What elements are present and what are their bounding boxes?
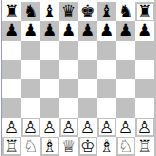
piece-black-pawn-h7[interactable]: ♟: [135, 21, 154, 40]
square-g7[interactable]: ♟: [116, 21, 135, 40]
square-b8[interactable]: ♞: [21, 2, 40, 21]
square-h4[interactable]: [135, 79, 154, 98]
square-h6[interactable]: [135, 41, 154, 60]
square-d6[interactable]: [59, 41, 78, 60]
square-h8[interactable]: ♜: [135, 2, 154, 21]
square-d5[interactable]: [59, 60, 78, 79]
piece-white-king-e1[interactable]: ♔: [78, 137, 97, 156]
piece-black-pawn-a7[interactable]: ♟: [2, 21, 21, 40]
piece-black-rook-h8[interactable]: ♜: [135, 2, 154, 21]
square-e4[interactable]: [78, 79, 97, 98]
piece-black-queen-d8[interactable]: ♛: [59, 2, 78, 21]
square-e1[interactable]: ♔: [78, 137, 97, 156]
square-a5[interactable]: [2, 60, 21, 79]
square-b7[interactable]: ♟: [21, 21, 40, 40]
square-c2[interactable]: ♙: [40, 118, 59, 137]
piece-white-rook-a1[interactable]: ♖: [2, 137, 21, 156]
piece-black-pawn-g7[interactable]: ♟: [116, 21, 135, 40]
square-c4[interactable]: [40, 79, 59, 98]
piece-black-pawn-d7[interactable]: ♟: [59, 21, 78, 40]
square-h2[interactable]: ♙: [135, 118, 154, 137]
square-h1[interactable]: ♖: [135, 137, 154, 156]
square-g8[interactable]: ♞: [116, 2, 135, 21]
square-e5[interactable]: [78, 60, 97, 79]
piece-white-knight-g1[interactable]: ♘: [116, 137, 135, 156]
square-b5[interactable]: [21, 60, 40, 79]
square-h3[interactable]: [135, 98, 154, 117]
square-f1[interactable]: ♗: [97, 137, 116, 156]
piece-black-king-e8[interactable]: ♚: [78, 2, 97, 21]
square-g3[interactable]: [116, 98, 135, 117]
square-a7[interactable]: ♟: [2, 21, 21, 40]
piece-white-knight-b1[interactable]: ♘: [21, 137, 40, 156]
square-g6[interactable]: [116, 41, 135, 60]
square-c1[interactable]: ♗: [40, 137, 59, 156]
piece-black-pawn-c7[interactable]: ♟: [40, 21, 59, 40]
piece-white-rook-h1[interactable]: ♖: [135, 137, 154, 156]
square-f8[interactable]: ♝: [97, 2, 116, 21]
square-c6[interactable]: [40, 41, 59, 60]
piece-black-pawn-e7[interactable]: ♟: [78, 21, 97, 40]
square-g1[interactable]: ♘: [116, 137, 135, 156]
square-f7[interactable]: ♟: [97, 21, 116, 40]
square-e8[interactable]: ♚: [78, 2, 97, 21]
piece-white-pawn-b2[interactable]: ♙: [21, 118, 40, 137]
square-a2[interactable]: ♙: [2, 118, 21, 137]
piece-white-bishop-f1[interactable]: ♗: [97, 137, 116, 156]
square-c7[interactable]: ♟: [40, 21, 59, 40]
piece-black-pawn-f7[interactable]: ♟: [97, 21, 116, 40]
piece-white-pawn-h2[interactable]: ♙: [135, 118, 154, 137]
piece-white-pawn-c2[interactable]: ♙: [40, 118, 59, 137]
square-e6[interactable]: [78, 41, 97, 60]
piece-white-bishop-c1[interactable]: ♗: [40, 137, 59, 156]
square-c3[interactable]: [40, 98, 59, 117]
square-h7[interactable]: ♟: [135, 21, 154, 40]
square-b2[interactable]: ♙: [21, 118, 40, 137]
piece-black-rook-a8[interactable]: ♜: [2, 2, 21, 21]
piece-white-pawn-f2[interactable]: ♙: [97, 118, 116, 137]
piece-white-queen-d1[interactable]: ♕: [59, 137, 78, 156]
square-d1[interactable]: ♕: [59, 137, 78, 156]
square-a6[interactable]: [2, 41, 21, 60]
square-b6[interactable]: [21, 41, 40, 60]
square-d4[interactable]: [59, 79, 78, 98]
square-b3[interactable]: [21, 98, 40, 117]
square-e3[interactable]: [78, 98, 97, 117]
square-f2[interactable]: ♙: [97, 118, 116, 137]
square-d2[interactable]: ♙: [59, 118, 78, 137]
window-right-margin: [154, 0, 156, 156]
square-b1[interactable]: ♘: [21, 137, 40, 156]
square-g5[interactable]: [116, 60, 135, 79]
square-f6[interactable]: [97, 41, 116, 60]
square-e7[interactable]: ♟: [78, 21, 97, 40]
piece-black-bishop-c8[interactable]: ♝: [40, 2, 59, 21]
square-d7[interactable]: ♟: [59, 21, 78, 40]
square-c5[interactable]: [40, 60, 59, 79]
piece-black-knight-b8[interactable]: ♞: [21, 2, 40, 21]
square-a8[interactable]: ♜: [2, 2, 21, 21]
piece-black-knight-g8[interactable]: ♞: [116, 2, 135, 21]
piece-white-pawn-a2[interactable]: ♙: [2, 118, 21, 137]
square-b4[interactable]: [21, 79, 40, 98]
piece-white-pawn-g2[interactable]: ♙: [116, 118, 135, 137]
chess-board: ♜♞♝♛♚♝♞♜♟♟♟♟♟♟♟♟♙♙♙♙♙♙♙♙♖♘♗♕♔♗♘♖: [2, 2, 154, 156]
square-a3[interactable]: [2, 98, 21, 117]
square-a1[interactable]: ♖: [2, 137, 21, 156]
piece-black-bishop-f8[interactable]: ♝: [97, 2, 116, 21]
chess-app-window: ♜♞♝♛♚♝♞♜♟♟♟♟♟♟♟♟♙♙♙♙♙♙♙♙♖♘♗♕♔♗♘♖: [0, 0, 156, 156]
square-d8[interactable]: ♛: [59, 2, 78, 21]
square-g2[interactable]: ♙: [116, 118, 135, 137]
square-a4[interactable]: [2, 79, 21, 98]
square-f3[interactable]: [97, 98, 116, 117]
piece-white-pawn-e2[interactable]: ♙: [78, 118, 97, 137]
square-f5[interactable]: [97, 60, 116, 79]
square-g4[interactable]: [116, 79, 135, 98]
square-c8[interactable]: ♝: [40, 2, 59, 21]
square-f4[interactable]: [97, 79, 116, 98]
square-d3[interactable]: [59, 98, 78, 117]
piece-black-pawn-b7[interactable]: ♟: [21, 21, 40, 40]
square-e2[interactable]: ♙: [78, 118, 97, 137]
square-h5[interactable]: [135, 60, 154, 79]
piece-white-pawn-d2[interactable]: ♙: [59, 118, 78, 137]
